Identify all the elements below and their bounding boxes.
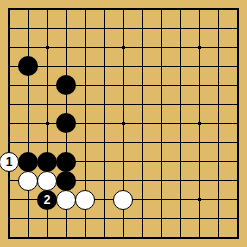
go-board: 21 (0, 0, 247, 247)
stone-white-move-1: 1 (0, 152, 19, 172)
star-point (198, 46, 201, 49)
stone-black (56, 113, 76, 133)
stone-white (37, 171, 57, 191)
grid-line-horizontal (8, 142, 239, 143)
stone-white (75, 190, 95, 210)
stone-white (18, 171, 38, 191)
stone-black (18, 152, 38, 172)
grid-line-vertical (180, 8, 181, 239)
star-point (46, 122, 49, 125)
grid-line-horizontal (8, 237, 239, 239)
star-point (122, 46, 125, 49)
stone-black (18, 56, 38, 76)
stone-black (37, 152, 57, 172)
star-point (198, 122, 201, 125)
star-point (46, 46, 49, 49)
stone-white (113, 190, 133, 210)
stone-white (56, 190, 76, 210)
grid-line-vertical (161, 8, 162, 239)
grid-line-vertical (142, 8, 143, 239)
grid-line-vertical (218, 8, 219, 239)
stone-black-move-2: 2 (37, 190, 57, 210)
stone-black (56, 75, 76, 95)
grid-line-vertical (237, 8, 239, 239)
grid-line-horizontal (8, 218, 239, 219)
star-point (122, 122, 125, 125)
stone-black (56, 152, 76, 172)
star-point (198, 198, 201, 201)
stone-black (56, 171, 76, 191)
